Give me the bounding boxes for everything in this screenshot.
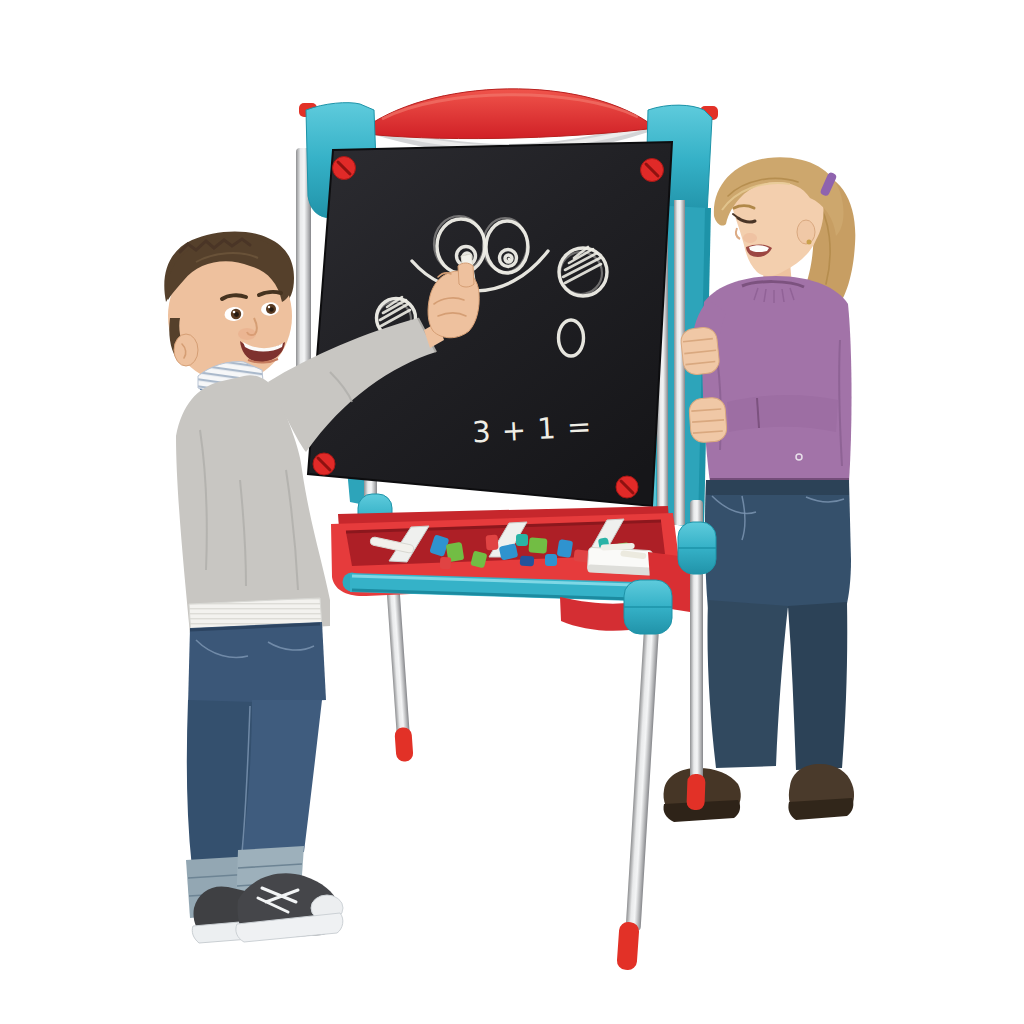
rear-right-foot [686,774,705,811]
girl-nose [736,228,740,239]
girl-jeans-right-leg [788,602,847,770]
girl-jeans [705,480,851,770]
carry-handle [358,89,656,139]
girl-right-forearm-sleeve [727,395,838,432]
girl-lower-hand [689,397,728,443]
front-right-leg-tube [625,610,660,932]
corner-knob-top-right [641,159,664,182]
photo-canvas: 3 + 1 = [0,0,1024,1024]
boy-jeans-front-leg [242,700,322,856]
corner-knob-bottom-left [313,453,335,475]
girl-jeans-left-leg [707,600,788,768]
corner-knob-bottom-right [616,476,638,498]
front-right-leg [625,610,660,932]
girl-ear [797,220,815,244]
chalkboard: 3 + 1 = [308,142,672,506]
girl-cheek-blush [743,233,757,243]
corner-knob-top-left [333,157,356,180]
girl-earring [807,240,812,245]
girl-jeans-waistband [706,480,849,495]
chalk-right-spiral-dot [508,258,511,261]
boy-index-finger [458,263,474,287]
chalk-math-text: 3 + 1 = [471,409,593,449]
scene-svg: 3 + 1 = [0,0,1024,1024]
rear-left-foot-cap [394,727,413,762]
blackboard-surface [308,142,672,506]
boy-jeans [187,622,326,868]
front-right-foot [616,921,639,970]
girl-shirt [702,276,851,482]
girl-upper-hand [680,326,721,376]
boy-cheek-blush [238,328,256,340]
